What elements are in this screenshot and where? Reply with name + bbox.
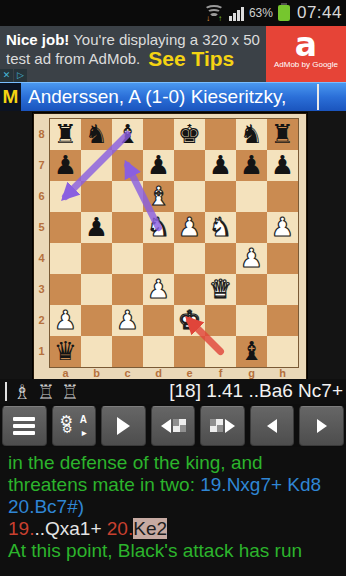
square-b7[interactable] — [81, 150, 112, 181]
black-pawn: ♟ — [205, 150, 236, 181]
square-h4[interactable] — [267, 243, 298, 274]
black-pawn: ♟ — [267, 150, 298, 181]
black-pawn: ♟ — [50, 150, 81, 181]
white-pawn: ♟ — [267, 212, 298, 243]
square-c1[interactable] — [112, 336, 143, 367]
adchoices-icon[interactable]: ▷ — [14, 69, 27, 82]
white-pawn: ♟ — [174, 212, 205, 243]
square-f8[interactable] — [205, 119, 236, 150]
ad-text: Nice job! You're displaying a 320 x 50 t… — [6, 30, 260, 68]
prev-game-button[interactable] — [151, 406, 196, 446]
square-e5[interactable]: ♟ — [174, 212, 205, 243]
square-e6[interactable] — [174, 181, 205, 212]
white-pawn: ♟ — [50, 305, 81, 336]
forward-icon — [317, 419, 327, 433]
square-a5[interactable] — [50, 212, 81, 243]
square-e7[interactable] — [174, 150, 205, 181]
ad-banner[interactable]: Nice job! You're displaying a 320 x 50 t… — [0, 26, 346, 82]
black-queen: ♛ — [50, 336, 81, 367]
square-f5[interactable]: ♞ — [205, 212, 236, 243]
square-g8[interactable]: ♞ — [236, 119, 267, 150]
play-icon — [117, 417, 130, 435]
square-h8[interactable]: ♜ — [267, 119, 298, 150]
chess-board: 87654321 ♜♞♝♚♞♜♟♟♟♟♟♝♟♞♟♞♟♟♟♛♟♟♚♛♝ abcde… — [33, 113, 307, 382]
menu-button[interactable] — [2, 406, 47, 446]
black-bishop: ♝ — [112, 119, 143, 150]
move-text[interactable]: 19.Nxg7+ Kd8 — [200, 474, 321, 495]
comment-text: threatens mate in two: — [8, 474, 200, 495]
black-pawn: ♟ — [236, 150, 267, 181]
rank-label: 7 — [34, 150, 49, 181]
black-pawn: ♟ — [143, 150, 174, 181]
white-knight: ♞ — [143, 212, 174, 243]
square-b2[interactable] — [81, 305, 112, 336]
status-bar: ↓↑ 63% 07:44 — [0, 0, 346, 26]
black-pawn: ♟ — [81, 212, 112, 243]
square-h7[interactable]: ♟ — [267, 150, 298, 181]
square-a4[interactable] — [50, 243, 81, 274]
black-knight: ♞ — [81, 119, 112, 150]
white-pawn: ♟ — [143, 274, 174, 305]
captured-pieces: ♗♖♖ — [7, 380, 79, 404]
black-bishop: ♝ — [236, 336, 267, 367]
square-a3[interactable] — [50, 274, 81, 305]
engine-gears-icon: ⚙ ⚙ A ▸ — [60, 414, 88, 438]
back-icon — [267, 419, 277, 433]
square-h2[interactable] — [267, 305, 298, 336]
admob-a-icon: a — [266, 26, 346, 64]
battery-percent: 63% — [249, 6, 273, 20]
app-screen: ↓↑ 63% 07:44 Nice job! You're displaying… — [0, 0, 346, 576]
comment-text: At this point, Black's attack has run — [8, 540, 302, 561]
square-a7[interactable]: ♟ — [50, 150, 81, 181]
square-e4[interactable] — [174, 243, 205, 274]
square-d7[interactable]: ♟ — [143, 150, 174, 181]
square-f2[interactable] — [205, 305, 236, 336]
square-g6[interactable] — [236, 181, 267, 212]
captured-piece: ♖ — [61, 380, 79, 404]
board-thumb-icon — [210, 419, 223, 432]
square-h3[interactable] — [267, 274, 298, 305]
square-b3[interactable] — [81, 274, 112, 305]
rank-label: 4 — [34, 243, 49, 274]
board-area: 87654321 ♜♞♝♚♞♜♟♟♟♟♟♝♟♞♟♞♟♟♟♛♟♟♚♛♝ abcde… — [0, 111, 346, 379]
square-b1[interactable] — [81, 336, 112, 367]
annotation-line: At this point, Black's attack has run — [8, 540, 346, 562]
black-knight: ♞ — [236, 119, 267, 150]
square-d8[interactable] — [143, 119, 174, 150]
square-g5[interactable] — [236, 212, 267, 243]
square-a1[interactable]: ♛ — [50, 336, 81, 367]
menu-icon — [13, 417, 35, 435]
status-clock: 07:44 — [297, 3, 342, 23]
square-e3[interactable] — [174, 274, 205, 305]
square-d1[interactable] — [143, 336, 174, 367]
admob-brand-text: AdMob by Google — [266, 60, 346, 69]
square-c5[interactable] — [112, 212, 143, 243]
rank-label: 6 — [34, 181, 49, 212]
square-c4[interactable] — [112, 243, 143, 274]
capture-engine-row: ♗♖♖ [18] 1.41 ..Ba6 Nc7+ — [0, 379, 346, 404]
square-a6[interactable] — [50, 181, 81, 212]
square-f7[interactable]: ♟ — [205, 150, 236, 181]
play-button[interactable] — [101, 406, 146, 446]
square-h1[interactable] — [267, 336, 298, 367]
board-thumb-icon — [173, 419, 186, 432]
next-arrow-icon — [225, 419, 235, 433]
captured-piece: ♖ — [37, 380, 55, 404]
ad-close-icon[interactable]: ✕ — [0, 69, 13, 82]
back-move-button[interactable] — [250, 406, 295, 446]
white-pawn: ♟ — [112, 305, 143, 336]
title-divider — [317, 84, 319, 110]
move-text[interactable]: 20.Bc7#) — [8, 496, 84, 517]
white-queen: ♛ — [205, 274, 236, 305]
admob-logo-panel[interactable]: a AdMob by Google — [266, 26, 346, 82]
square-c8[interactable]: ♝ — [112, 119, 143, 150]
rank-label: 3 — [34, 274, 49, 305]
square-g1[interactable]: ♝ — [236, 336, 267, 367]
square-d2[interactable] — [143, 305, 174, 336]
square-c6[interactable] — [112, 181, 143, 212]
square-f6[interactable] — [205, 181, 236, 212]
square-e2[interactable]: ♚ — [174, 305, 205, 336]
title-badge: M — [0, 83, 21, 111]
title-bar[interactable]: M Anderssen, A (1-0) Kieseritzky, — [0, 82, 346, 111]
engine-options-button[interactable]: ⚙ ⚙ A ▸ — [52, 406, 97, 446]
white-king: ♚ — [174, 305, 205, 336]
square-a8[interactable]: ♜ — [50, 119, 81, 150]
prev-arrow-icon — [161, 419, 171, 433]
toolbar: ⚙ ⚙ A ▸ — [0, 404, 346, 447]
comment-text: in the defense of the king, and — [8, 452, 263, 473]
square-e1[interactable] — [174, 336, 205, 367]
move-text[interactable]: Ke2 — [133, 518, 167, 539]
square-b4[interactable] — [81, 243, 112, 274]
square-d3[interactable]: ♟ — [143, 274, 174, 305]
square-g4[interactable]: ♟ — [236, 243, 267, 274]
annotation-line: 20.Bc7#) — [8, 496, 346, 518]
game-title: Anderssen, A (1-0) Kieseritzky, — [28, 83, 286, 111]
square-e8[interactable]: ♚ — [174, 119, 205, 150]
white-bishop: ♝ — [143, 181, 174, 212]
square-f4[interactable] — [205, 243, 236, 274]
annotation-panel: in the defense of the king, andthreatens… — [0, 447, 346, 576]
white-knight: ♞ — [205, 212, 236, 243]
annotation-line: 19...Qxa1+ 20.Ke2 — [8, 518, 346, 540]
forward-move-button[interactable] — [299, 406, 344, 446]
square-c3[interactable] — [112, 274, 143, 305]
rank-labels: 87654321 — [34, 119, 49, 367]
white-pawn: ♟ — [236, 243, 267, 274]
rank-label: 8 — [34, 119, 49, 150]
ad-headline-bold: Nice job! — [6, 31, 69, 48]
square-b8[interactable]: ♞ — [81, 119, 112, 150]
rank-label: 1 — [34, 336, 49, 367]
square-b6[interactable] — [81, 181, 112, 212]
battery-icon — [278, 5, 290, 21]
square-c2[interactable]: ♟ — [112, 305, 143, 336]
square-h5[interactable]: ♟ — [267, 212, 298, 243]
black-rook: ♜ — [50, 119, 81, 150]
board-squares: ♜♞♝♚♞♜♟♟♟♟♟♝♟♞♟♞♟♟♟♛♟♟♚♛♝ — [49, 118, 299, 368]
square-g7[interactable]: ♟ — [236, 150, 267, 181]
square-g2[interactable] — [236, 305, 267, 336]
move-text[interactable]: 20. — [107, 518, 133, 539]
annotation-line: in the defense of the king, and — [8, 452, 346, 474]
rank-label: 2 — [34, 305, 49, 336]
move-text[interactable]: ..Qxa1+ — [34, 518, 106, 539]
square-c7[interactable] — [112, 150, 143, 181]
square-d5[interactable]: ♞ — [143, 212, 174, 243]
square-d4[interactable] — [143, 243, 174, 274]
engine-analysis-line[interactable]: [18] 1.41 ..Ba6 Nc7+ — [169, 380, 343, 402]
captured-piece: ♗ — [13, 380, 31, 404]
rank-label: 5 — [34, 212, 49, 243]
square-d6[interactable]: ♝ — [143, 181, 174, 212]
square-a2[interactable]: ♟ — [50, 305, 81, 336]
signal-strength-icon — [229, 6, 244, 21]
black-king: ♚ — [174, 119, 205, 150]
next-game-button[interactable] — [200, 406, 245, 446]
black-rook: ♜ — [267, 119, 298, 150]
square-f1[interactable] — [205, 336, 236, 367]
square-g3[interactable] — [236, 274, 267, 305]
wifi-icon: ↓↑ — [204, 5, 224, 21]
ad-see-tips-link[interactable]: See Tips — [148, 47, 234, 70]
move-text[interactable]: 19. — [8, 518, 34, 539]
square-b5[interactable]: ♟ — [81, 212, 112, 243]
annotation-line: threatens mate in two: 19.Nxg7+ Kd8 — [8, 474, 346, 496]
square-h6[interactable] — [267, 181, 298, 212]
square-f3[interactable]: ♛ — [205, 274, 236, 305]
